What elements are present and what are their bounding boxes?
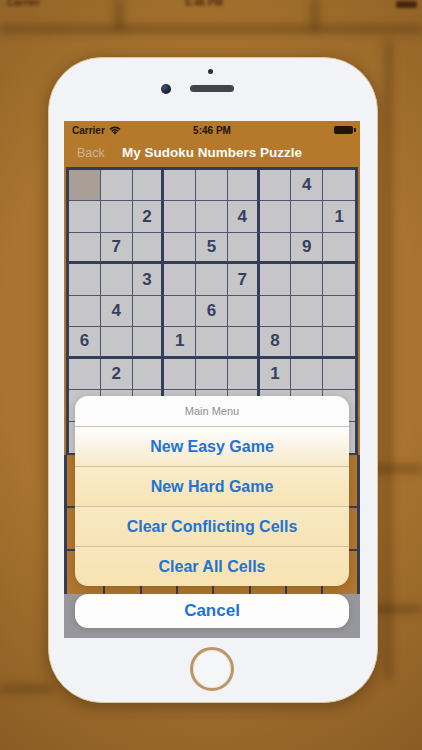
home-button[interactable] <box>190 647 234 691</box>
sudoku-cell-r1c1[interactable] <box>69 170 101 201</box>
clear-all-cells-button[interactable]: Clear All Cells <box>75 546 349 586</box>
sudoku-cell-r7c8[interactable] <box>291 359 323 390</box>
sudoku-cell-r3c3[interactable] <box>133 233 165 264</box>
sudoku-cell-r2c3[interactable]: 2 <box>133 201 165 232</box>
screenshot-stage: Carrier 5:46 PM Carrier 5:46 PM Back My … <box>0 0 422 750</box>
sudoku-cell-r1c3[interactable] <box>133 170 165 201</box>
sudoku-cell-r2c4[interactable] <box>164 201 196 232</box>
sudoku-cell-r7c7[interactable]: 1 <box>260 359 292 390</box>
sudoku-cell-r7c6[interactable] <box>228 359 260 390</box>
sudoku-cell-r7c4[interactable] <box>164 359 196 390</box>
sudoku-cell-r7c1[interactable] <box>69 359 101 390</box>
sudoku-cell-r5c9[interactable] <box>323 296 355 327</box>
action-sheet-title: Main Menu <box>75 396 349 426</box>
sudoku-cell-r6c1[interactable]: 6 <box>69 327 101 358</box>
sudoku-cell-r2c5[interactable] <box>196 201 228 232</box>
new-easy-game-button[interactable]: New Easy Game <box>75 426 349 466</box>
clock-label: 5:46 PM <box>64 125 360 136</box>
sudoku-cell-r5c2[interactable]: 4 <box>101 296 133 327</box>
new-hard-game-button[interactable]: New Hard Game <box>75 466 349 506</box>
sudoku-cell-r5c4[interactable] <box>164 296 196 327</box>
sudoku-cell-r3c9[interactable] <box>323 233 355 264</box>
sudoku-cell-r4c1[interactable] <box>69 264 101 295</box>
sudoku-cell-r3c2[interactable]: 7 <box>101 233 133 264</box>
sudoku-cell-r2c8[interactable] <box>291 201 323 232</box>
sudoku-cell-r6c8[interactable] <box>291 327 323 358</box>
sudoku-cell-r3c8[interactable]: 9 <box>291 233 323 264</box>
wood-seam <box>116 0 122 30</box>
cropped-statusbar-battery-icon <box>396 1 417 8</box>
sudoku-cell-r2c9[interactable]: 1 <box>323 201 355 232</box>
sudoku-cell-r1c2[interactable] <box>101 170 133 201</box>
navigation-bar: Back My Sudoku Numbers Puzzle <box>64 139 360 167</box>
sudoku-cell-r4c6[interactable]: 7 <box>228 264 260 295</box>
sudoku-cell-r6c9[interactable] <box>323 327 355 358</box>
sudoku-cell-r4c4[interactable] <box>164 264 196 295</box>
sudoku-cell-r3c5[interactable]: 5 <box>196 233 228 264</box>
sudoku-cell-r5c3[interactable] <box>133 296 165 327</box>
sudoku-cell-r3c1[interactable] <box>69 233 101 264</box>
wood-seam <box>0 26 422 32</box>
sudoku-cell-r1c8[interactable]: 4 <box>291 170 323 201</box>
cancel-button[interactable]: Cancel <box>75 594 349 628</box>
clear-conflicting-cells-button[interactable]: Clear Conflicting Cells <box>75 506 349 546</box>
sudoku-cell-r4c5[interactable] <box>196 264 228 295</box>
sudoku-cell-r3c7[interactable] <box>260 233 292 264</box>
sudoku-cell-r2c2[interactable] <box>101 201 133 232</box>
wood-seam <box>386 40 391 680</box>
cropped-statusbar-time: 5:46 PM <box>185 0 223 8</box>
sudoku-cell-r3c6[interactable] <box>228 233 260 264</box>
sudoku-cell-r2c6[interactable]: 4 <box>228 201 260 232</box>
status-bar: Carrier 5:46 PM <box>64 121 360 139</box>
sudoku-cell-r5c5[interactable]: 6 <box>196 296 228 327</box>
sudoku-cell-r2c7[interactable] <box>260 201 292 232</box>
sudoku-cell-r1c7[interactable] <box>260 170 292 201</box>
sudoku-cell-r6c6[interactable] <box>228 327 260 358</box>
battery-icon <box>334 126 353 134</box>
sudoku-cell-r2c1[interactable] <box>69 201 101 232</box>
sudoku-cell-r1c4[interactable] <box>164 170 196 201</box>
sudoku-cell-r4c9[interactable] <box>323 264 355 295</box>
wood-seam <box>312 0 318 30</box>
sudoku-cell-r6c3[interactable] <box>133 327 165 358</box>
wood-seam <box>0 686 52 692</box>
sudoku-cell-r5c1[interactable] <box>69 296 101 327</box>
sudoku-cell-r4c7[interactable] <box>260 264 292 295</box>
sudoku-cell-r3c4[interactable] <box>164 233 196 264</box>
sudoku-cell-r7c2[interactable]: 2 <box>101 359 133 390</box>
sudoku-cell-r6c4[interactable]: 1 <box>164 327 196 358</box>
proximity-sensor-dot <box>208 69 213 74</box>
sudoku-cell-r6c7[interactable]: 8 <box>260 327 292 358</box>
sudoku-cell-r5c7[interactable] <box>260 296 292 327</box>
page-title: My Sudoku Numbers Puzzle <box>64 145 360 160</box>
earpiece-speaker <box>190 85 234 92</box>
sudoku-cell-r7c5[interactable] <box>196 359 228 390</box>
sudoku-cell-r1c6[interactable] <box>228 170 260 201</box>
front-camera-icon <box>161 84 171 94</box>
sudoku-cell-r4c2[interactable] <box>101 264 133 295</box>
sudoku-cell-r1c9[interactable] <box>323 170 355 201</box>
app-screen: Carrier 5:46 PM Back My Sudoku Numbers P… <box>64 121 360 638</box>
sudoku-cell-r4c3[interactable]: 3 <box>133 264 165 295</box>
sudoku-cell-r4c8[interactable] <box>291 264 323 295</box>
cropped-statusbar-carrier: Carrier <box>7 0 40 8</box>
main-menu-action-sheet: Main Menu New Easy Game New Hard Game Cl… <box>75 396 349 586</box>
sudoku-cell-r5c8[interactable] <box>291 296 323 327</box>
iphone-frame: Carrier 5:46 PM Back My Sudoku Numbers P… <box>48 57 378 703</box>
sudoku-cell-r1c5[interactable] <box>196 170 228 201</box>
sudoku-cell-r7c3[interactable] <box>133 359 165 390</box>
sudoku-cell-r6c5[interactable] <box>196 327 228 358</box>
sudoku-cell-r5c6[interactable] <box>228 296 260 327</box>
sudoku-cell-r6c2[interactable] <box>101 327 133 358</box>
sudoku-cell-r7c9[interactable] <box>323 359 355 390</box>
